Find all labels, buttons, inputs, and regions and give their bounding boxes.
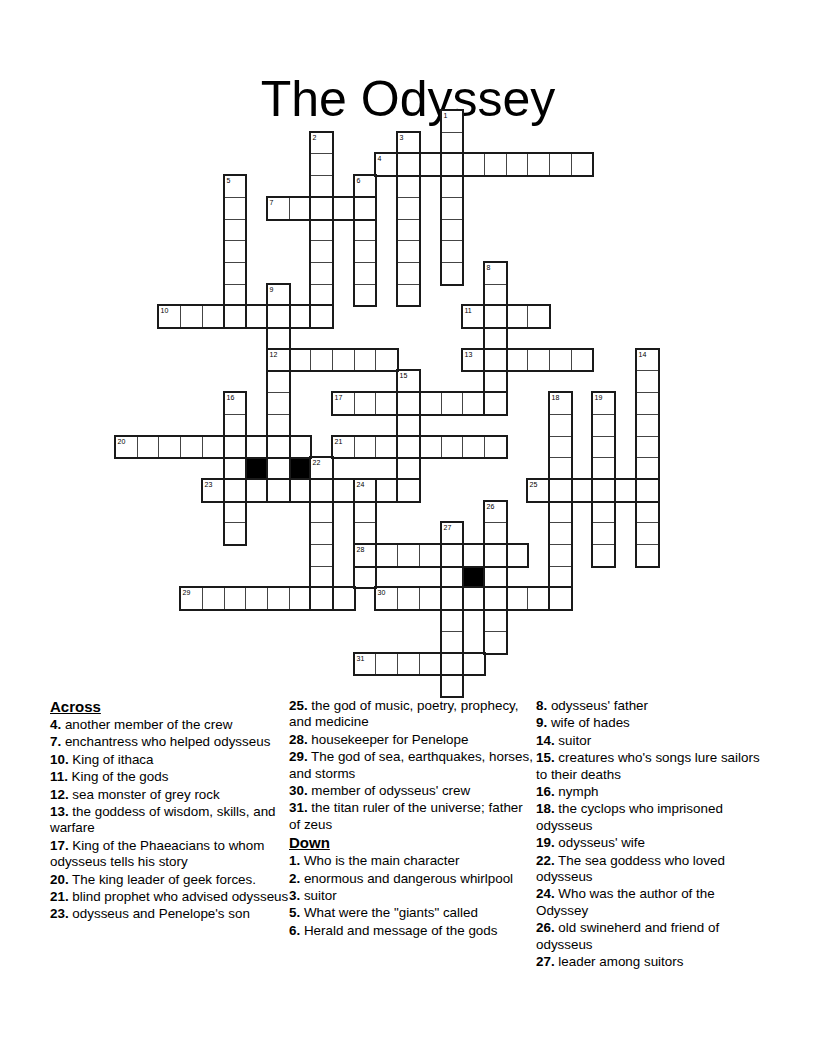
grid-cell[interactable] — [397, 175, 420, 198]
grid-cell[interactable] — [310, 153, 333, 176]
grid-cell[interactable] — [592, 544, 615, 567]
grid-cell[interactable] — [354, 240, 376, 263]
clue-item: 5. What were the "giants" called — [289, 905, 536, 921]
grid-cell[interactable] — [202, 305, 225, 328]
grid-cell[interactable]: 23 — [202, 479, 225, 502]
clue-number-label: 21. — [50, 889, 69, 904]
clue-item: 26. old swineherd and friend of odysseus — [536, 920, 766, 953]
grid-cell[interactable] — [484, 436, 507, 458]
grid-cell[interactable] — [310, 284, 333, 306]
grid-cell[interactable] — [441, 262, 463, 285]
grid-cell[interactable] — [310, 566, 333, 588]
grid-cell[interactable] — [245, 305, 268, 328]
grid-cell[interactable] — [375, 479, 398, 502]
grid-cell[interactable] — [267, 305, 290, 328]
grid-cell[interactable] — [224, 305, 246, 328]
grid-cell[interactable] — [484, 284, 507, 306]
black-cell — [462, 566, 485, 588]
clue-section-header-across: Across — [50, 698, 289, 715]
crossword-page: The Odyssey 1234567891011121314151617181… — [0, 0, 816, 1056]
grid-cell[interactable] — [419, 153, 442, 176]
cell-number: 3 — [400, 134, 404, 142]
grid-cell[interactable] — [506, 349, 528, 371]
grid-cell[interactable]: 30 — [375, 587, 398, 610]
grid-cell[interactable] — [484, 327, 507, 350]
grid-cell[interactable]: 9 — [267, 284, 290, 306]
grid-cell[interactable] — [354, 501, 376, 523]
grid-cell[interactable] — [397, 153, 420, 176]
clue-item: 6. Herald and message of the gods — [289, 923, 536, 939]
grid-cell[interactable] — [397, 219, 420, 241]
clue-number-label: 3. — [289, 888, 300, 903]
clue-item: 20. The king leader of geek forces. — [50, 872, 289, 888]
grid-cell[interactable] — [267, 436, 290, 458]
grid-cell[interactable] — [571, 153, 593, 176]
grid-cell[interactable] — [332, 479, 355, 502]
cell-number: 12 — [270, 351, 278, 359]
grid-cell[interactable]: 24 — [354, 479, 376, 502]
grid-cell[interactable] — [267, 457, 290, 480]
clue-item: 18. the cyclops who imprisoned odysseus — [536, 801, 766, 834]
grid-cell[interactable] — [354, 349, 376, 371]
grid-cell[interactable] — [549, 544, 572, 567]
grid-cell[interactable]: 12 — [267, 349, 290, 371]
clue-number-label: 17. — [50, 838, 69, 853]
clue-list: Across4. another member of the crew7. en… — [50, 698, 770, 972]
cell-number: 9 — [270, 286, 274, 294]
grid-cell[interactable] — [636, 436, 659, 458]
clue-item: 27. leader among suitors — [536, 954, 766, 970]
clue-item: 30. member of odysseus' crew — [289, 783, 536, 799]
clue-item: 7. enchantress who helped odysseus — [50, 734, 289, 750]
cell-number: 1 — [444, 112, 448, 120]
grid-cell[interactable] — [441, 219, 463, 241]
clue-number-label: 23. — [50, 906, 69, 921]
grid-cell[interactable]: 17 — [332, 392, 355, 415]
cell-number: 5 — [227, 177, 231, 185]
grid-cell[interactable] — [354, 284, 376, 306]
cell-number: 14 — [639, 351, 647, 359]
clue-item: 31. the titan ruler of the universe; fat… — [289, 800, 536, 833]
grid-cell[interactable] — [484, 305, 507, 328]
grid-cell[interactable] — [224, 414, 246, 437]
grid-cell[interactable] — [375, 653, 398, 675]
grid-cell[interactable] — [310, 240, 333, 263]
grid-cell[interactable] — [245, 436, 268, 458]
grid-cell[interactable] — [527, 153, 550, 176]
grid-cell[interactable]: 14 — [636, 349, 659, 371]
clue-number-label: 6. — [289, 923, 300, 938]
clue-number-label: 18. — [536, 801, 555, 816]
cell-number: 15 — [400, 372, 408, 380]
grid-cell[interactable] — [375, 544, 398, 567]
grid-cell[interactable] — [484, 609, 507, 632]
grid-cell[interactable] — [397, 262, 420, 285]
grid-cell[interactable]: 11 — [462, 305, 485, 328]
grid-cell[interactable] — [224, 457, 246, 480]
clue-item: 9. wife of hades — [536, 715, 766, 731]
grid-cell[interactable] — [310, 479, 333, 502]
grid-cell[interactable] — [310, 197, 333, 220]
clue-item: 24. Who was the author of the Odyssey — [536, 886, 766, 919]
grid-cell[interactable] — [310, 544, 333, 567]
grid-cell[interactable] — [441, 132, 463, 154]
grid-cell[interactable]: 7 — [267, 197, 290, 220]
cell-number: 16 — [227, 394, 235, 402]
clue-item: 25. the god of music, poetry, prophecy, … — [289, 698, 536, 731]
grid-cell[interactable]: 18 — [549, 392, 572, 415]
grid-cell[interactable] — [397, 479, 420, 502]
grid-cell[interactable]: 4 — [375, 153, 398, 176]
grid-cell[interactable] — [441, 240, 463, 263]
cell-number: 8 — [487, 264, 491, 272]
clue-number-label: 25. — [289, 698, 308, 713]
grid-cell[interactable] — [289, 349, 311, 371]
grid-cell[interactable] — [592, 501, 615, 523]
clue-column-3: 8. odysseus' father9. wife of hades14. s… — [536, 698, 766, 972]
cell-number: 23 — [205, 481, 213, 489]
grid-cell[interactable] — [636, 414, 659, 437]
grid-cell[interactable] — [462, 653, 485, 675]
grid-cell[interactable] — [549, 457, 572, 480]
grid-cell[interactable] — [310, 349, 333, 371]
grid-cell[interactable] — [180, 305, 203, 328]
grid-cell[interactable] — [549, 501, 572, 523]
grid-cell[interactable] — [397, 436, 420, 458]
grid-cell[interactable] — [636, 501, 659, 523]
cell-number: 22 — [313, 459, 321, 467]
grid-cell[interactable] — [202, 587, 225, 610]
grid-cell[interactable] — [354, 566, 376, 588]
grid-cell[interactable] — [397, 392, 420, 415]
grid-cell[interactable] — [267, 479, 290, 502]
grid-cell[interactable]: 3 — [397, 132, 420, 154]
grid-cell[interactable]: 2 — [310, 132, 333, 154]
grid-cell[interactable] — [549, 414, 572, 437]
clue-column-1: Across4. another member of the crew7. en… — [50, 698, 289, 972]
clue-item: 13. the goddess of wisdom, skills, and w… — [50, 804, 289, 837]
grid-cell[interactable] — [310, 587, 333, 610]
grid-cell[interactable]: 15 — [397, 370, 420, 393]
grid-cell[interactable] — [397, 240, 420, 263]
clue-number-label: 13. — [50, 804, 69, 819]
clue-number-label: 1. — [289, 853, 300, 868]
grid-cell[interactable]: 31 — [354, 653, 376, 675]
clue-item: 15. creatures who's songs lure sailors t… — [536, 750, 766, 783]
grid-cell[interactable]: 28 — [354, 544, 376, 567]
grid-cell[interactable] — [397, 587, 420, 610]
clue-number-label: 28. — [289, 732, 308, 747]
grid-cell[interactable] — [354, 392, 376, 415]
grid-cell[interactable] — [332, 197, 355, 220]
grid-cell[interactable] — [527, 305, 550, 328]
clue-item: 21. blind prophet who advised odysseus — [50, 889, 289, 905]
clue-number-label: 19. — [536, 835, 555, 850]
grid-cell[interactable] — [636, 392, 659, 415]
clue-number-label: 31. — [289, 800, 308, 815]
grid-cell[interactable]: 6 — [354, 175, 376, 198]
grid-cell[interactable] — [462, 587, 485, 610]
grid-cell[interactable] — [289, 587, 311, 610]
grid-cell[interactable] — [419, 544, 442, 567]
grid-cell[interactable] — [397, 544, 420, 567]
cell-number: 18 — [552, 394, 560, 402]
grid-cell[interactable] — [267, 370, 290, 393]
clue-number-label: 11. — [50, 769, 68, 784]
grid-cell[interactable] — [506, 305, 528, 328]
clue-item: 22. The sea goddess who loved odysseus — [536, 853, 766, 886]
grid-cell[interactable] — [224, 197, 246, 220]
grid-cell[interactable]: 1 — [441, 110, 463, 133]
grid-cell[interactable] — [375, 349, 398, 371]
grid-cell[interactable] — [441, 175, 463, 198]
grid-cell[interactable] — [419, 436, 442, 458]
grid-cell[interactable] — [592, 522, 615, 545]
grid-cell[interactable] — [462, 436, 485, 458]
grid-cell[interactable] — [310, 305, 333, 328]
grid-cell[interactable] — [484, 587, 507, 610]
grid-cell[interactable] — [137, 436, 159, 458]
cell-number: 6 — [357, 177, 361, 185]
grid-cell[interactable] — [549, 479, 572, 502]
grid-cell[interactable] — [441, 609, 463, 632]
grid-cell[interactable] — [354, 436, 376, 458]
grid-cell[interactable] — [354, 197, 376, 220]
grid-cell[interactable] — [462, 392, 485, 415]
grid-cell[interactable] — [289, 305, 311, 328]
cell-number: 2 — [313, 134, 317, 142]
clue-number-label: 26. — [536, 920, 555, 935]
grid-cell[interactable] — [375, 436, 398, 458]
cell-number: 30 — [378, 589, 386, 597]
clue-number-label: 16. — [536, 784, 555, 799]
grid-cell[interactable] — [484, 153, 507, 176]
grid-cell[interactable] — [375, 392, 398, 415]
grid-cell[interactable] — [224, 240, 246, 263]
cell-number: 4 — [378, 155, 382, 163]
grid-cell[interactable] — [441, 436, 463, 458]
cell-number: 27 — [444, 524, 452, 532]
grid-cell[interactable]: 21 — [332, 436, 355, 458]
grid-cell[interactable] — [310, 219, 333, 241]
grid-cell[interactable] — [549, 587, 572, 610]
grid-cell[interactable] — [289, 479, 311, 502]
grid-cell[interactable] — [310, 501, 333, 523]
grid-cell[interactable] — [419, 587, 442, 610]
clue-number-label: 8. — [536, 698, 547, 713]
grid-cell[interactable] — [527, 587, 550, 610]
clue-item: 1. Who is the main character — [289, 853, 536, 869]
clue-number-label: 2. — [289, 871, 300, 886]
grid-cell[interactable] — [484, 370, 507, 393]
grid-cell[interactable] — [158, 436, 181, 458]
grid-cell[interactable] — [202, 436, 225, 458]
grid-cell[interactable] — [224, 501, 246, 523]
grid-cell[interactable] — [484, 631, 507, 654]
grid-cell[interactable]: 5 — [224, 175, 246, 198]
grid-cell[interactable] — [549, 349, 572, 371]
grid-cell[interactable]: 29 — [180, 587, 203, 610]
clue-number-label: 10. — [50, 752, 69, 767]
clue-item: 23. odysseus and Penelope's son — [50, 906, 289, 922]
clue-number-label: 7. — [50, 734, 61, 749]
grid-cell[interactable] — [289, 197, 311, 220]
grid-cell[interactable] — [527, 349, 550, 371]
cell-number: 19 — [595, 394, 603, 402]
grid-cell[interactable] — [310, 175, 333, 198]
grid-cell[interactable] — [549, 522, 572, 545]
clue-number-label: 4. — [50, 717, 61, 732]
grid-cell[interactable]: 16 — [224, 392, 246, 415]
grid-cell[interactable]: 10 — [158, 305, 181, 328]
grid-cell[interactable] — [592, 457, 615, 480]
cell-number: 17 — [335, 394, 343, 402]
grid-cell[interactable] — [289, 436, 311, 458]
grid-cell[interactable]: 27 — [441, 522, 463, 545]
clue-number-label: 12. — [50, 787, 69, 802]
clue-item: 10. King of ithaca — [50, 752, 289, 768]
grid-cell[interactable] — [441, 674, 463, 697]
grid-cell[interactable] — [419, 653, 442, 675]
cell-number: 24 — [357, 481, 365, 489]
grid-cell[interactable] — [592, 479, 615, 502]
grid-cell[interactable] — [310, 262, 333, 285]
grid-cell[interactable] — [571, 349, 593, 371]
clue-column-2: 25. the god of music, poetry, prophecy, … — [289, 698, 536, 972]
grid-cell[interactable] — [245, 587, 268, 610]
grid-cell[interactable] — [441, 631, 463, 654]
grid-cell[interactable] — [245, 479, 268, 502]
clue-number-label: 22. — [536, 853, 555, 868]
grid-cell[interactable]: 26 — [484, 501, 507, 523]
grid-cell[interactable] — [636, 479, 659, 502]
grid-cell[interactable] — [462, 544, 485, 567]
grid-cell[interactable] — [441, 197, 463, 220]
grid-cell[interactable] — [636, 457, 659, 480]
clue-item: 16. nymph — [536, 784, 766, 800]
clue-item: 17. King of the Phaeacians to whom odyss… — [50, 838, 289, 871]
grid-cell[interactable]: 13 — [462, 349, 485, 371]
clue-item: 3. suitor — [289, 888, 536, 904]
grid-cell[interactable]: 20 — [115, 436, 138, 458]
grid-cell[interactable] — [636, 522, 659, 545]
grid-cell[interactable]: 19 — [592, 392, 615, 415]
clue-number-label: 14. — [536, 733, 555, 748]
grid-cell[interactable] — [441, 653, 463, 675]
clue-item: 8. odysseus' father — [536, 698, 766, 714]
grid-cell[interactable] — [397, 414, 420, 437]
cell-number: 21 — [335, 438, 343, 446]
grid-cell[interactable] — [636, 544, 659, 567]
clue-section-header-down: Down — [289, 834, 536, 851]
cell-number: 29 — [183, 589, 191, 597]
grid-cell[interactable] — [614, 479, 637, 502]
grid-cell[interactable] — [506, 544, 528, 567]
grid-cell[interactable] — [354, 262, 376, 285]
cell-number: 20 — [118, 438, 126, 446]
grid-cell[interactable] — [484, 392, 507, 415]
grid-cell[interactable] — [636, 370, 659, 393]
clue-item: 4. another member of the crew — [50, 717, 289, 733]
black-cell — [245, 457, 268, 480]
grid-cell[interactable] — [224, 479, 246, 502]
grid-cell[interactable] — [332, 349, 355, 371]
cell-number: 31 — [357, 655, 365, 663]
cell-number: 25 — [530, 481, 538, 489]
grid-cell[interactable] — [441, 392, 463, 415]
grid-cell[interactable] — [419, 392, 442, 415]
grid-cell[interactable] — [224, 522, 246, 545]
grid-cell[interactable] — [484, 544, 507, 567]
cell-number: 11 — [465, 307, 472, 315]
grid-cell[interactable]: 8 — [484, 262, 507, 285]
grid-cell[interactable] — [571, 479, 593, 502]
grid-cell[interactable] — [484, 522, 507, 545]
grid-cell[interactable] — [397, 197, 420, 220]
cell-number: 13 — [465, 351, 473, 359]
grid-cell[interactable] — [354, 219, 376, 241]
grid-cell[interactable] — [224, 436, 246, 458]
clue-item: 2. enormous and dangerous whirlpool — [289, 871, 536, 887]
clue-number-label: 27. — [536, 954, 555, 969]
clue-number-label: 29. — [289, 749, 308, 764]
grid-cell[interactable] — [267, 587, 290, 610]
grid-cell[interactable] — [441, 153, 463, 176]
grid-cell[interactable] — [506, 153, 528, 176]
grid-cell[interactable] — [267, 327, 290, 350]
grid-cell[interactable] — [180, 436, 203, 458]
grid-cell[interactable] — [397, 284, 420, 306]
grid-cell[interactable] — [397, 653, 420, 675]
grid-cell[interactable] — [310, 522, 333, 545]
grid-cell[interactable]: 22 — [310, 457, 333, 480]
clue-item: 12. sea monster of grey rock — [50, 787, 289, 803]
grid-cell[interactable] — [224, 284, 246, 306]
clue-number-label: 5. — [289, 905, 300, 920]
clue-item: 28. housekeeper for Penelope — [289, 732, 536, 748]
grid-cell[interactable] — [549, 566, 572, 588]
grid-cell[interactable] — [462, 153, 485, 176]
grid-cell[interactable] — [441, 587, 463, 610]
grid-cell[interactable]: 25 — [527, 479, 550, 502]
clue-item: 14. suitor — [536, 733, 766, 749]
black-cell — [289, 457, 311, 480]
grid-cell[interactable] — [549, 436, 572, 458]
grid-cell[interactable] — [592, 414, 615, 437]
clue-item: 29. The god of sea, earthquakes, horses,… — [289, 749, 536, 782]
grid-cell[interactable] — [224, 219, 246, 241]
grid-cell[interactable] — [224, 262, 246, 285]
grid-cell[interactable] — [354, 522, 376, 545]
clue-number-label: 24. — [536, 886, 555, 901]
clue-item: 19. odysseus' wife — [536, 835, 766, 851]
grid-cell[interactable] — [484, 566, 507, 588]
grid-cell[interactable] — [592, 436, 615, 458]
cell-number: 26 — [487, 503, 495, 511]
grid-cell[interactable] — [441, 566, 463, 588]
cell-number: 28 — [357, 546, 365, 554]
grid-cell[interactable] — [549, 153, 572, 176]
grid-cell[interactable] — [441, 544, 463, 567]
grid-cell[interactable] — [224, 587, 246, 610]
cell-number: 7 — [270, 199, 274, 207]
grid-cell[interactable] — [332, 587, 355, 610]
clue-number-label: 9. — [536, 715, 547, 730]
clue-item: 11. King of the gods — [50, 769, 289, 785]
grid-cell[interactable] — [267, 414, 290, 437]
grid-cell[interactable] — [506, 587, 528, 610]
grid-cell[interactable] — [484, 349, 507, 371]
